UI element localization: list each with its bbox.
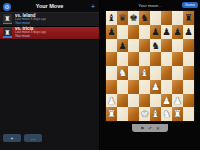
white-king-d1[interactable]: ♚ <box>140 109 149 119</box>
square-c1[interactable] <box>128 107 139 121</box>
black-king-c8[interactable]: ♚ <box>129 13 138 23</box>
square-d3[interactable] <box>139 80 150 94</box>
square-h2[interactable] <box>183 94 194 108</box>
white-pawn-a2[interactable]: ♟ <box>107 96 116 106</box>
square-c5[interactable] <box>128 52 139 66</box>
square-b1[interactable] <box>117 107 128 121</box>
square-e2[interactable] <box>150 94 161 108</box>
white-bishop-d4[interactable]: ♝ <box>140 68 149 78</box>
app-screen: ⚙ Your Move + ♜ vs. leland Last move 3 d… <box>0 0 200 150</box>
square-d1[interactable]: ♚ <box>139 107 150 121</box>
square-b3[interactable] <box>117 80 128 94</box>
black-knight-e6[interactable]: ♞ <box>151 41 160 51</box>
black-pawn-g7[interactable]: ♟ <box>173 27 182 37</box>
close-icon[interactable]: ✕ <box>156 126 160 131</box>
black-pawn-e7[interactable]: ♟ <box>151 27 160 37</box>
square-h4[interactable] <box>183 66 194 80</box>
white-rook-g1[interactable]: ♜ <box>173 109 182 119</box>
square-e5[interactable] <box>150 52 161 66</box>
square-a5[interactable] <box>106 52 117 66</box>
square-e4[interactable] <box>150 66 161 80</box>
create-game-button[interactable]: + <box>3 134 21 142</box>
square-h6[interactable] <box>183 39 194 53</box>
square-d5[interactable] <box>139 52 150 66</box>
avatar: ♜ <box>3 28 12 38</box>
square-f5[interactable] <box>161 52 172 66</box>
square-c8[interactable]: ♚ <box>128 11 139 25</box>
square-h7[interactable]: ♟ <box>183 25 194 39</box>
black-pawn-b6[interactable]: ♟ <box>118 41 127 51</box>
black-queen-b8[interactable]: ♛ <box>118 13 127 23</box>
white-pawn-e3[interactable]: ♟ <box>151 82 160 92</box>
your-move-link[interactable]: Your move <box>15 22 46 26</box>
sidebar-title: Your Move <box>0 3 99 9</box>
square-a2[interactable]: ♟ <box>106 94 117 108</box>
square-b8[interactable]: ♛ <box>117 11 128 25</box>
square-f1[interactable]: ♞ <box>161 107 172 121</box>
square-d2[interactable] <box>139 94 150 108</box>
square-a6[interactable] <box>106 39 117 53</box>
square-h3[interactable] <box>183 80 194 94</box>
square-g7[interactable]: ♟ <box>172 25 183 39</box>
flag-icon[interactable]: ⚑ <box>140 126 144 131</box>
white-knight-b4[interactable]: ♞ <box>118 68 127 78</box>
your-move-link[interactable]: Your move <box>15 35 46 39</box>
avatar-accent-bar <box>3 36 12 38</box>
square-a4[interactable] <box>106 66 117 80</box>
main-area: Your move... Game ♝♛♚♞♜♟♟♟♟♟♟♞♞♝♟♟♟♟♜♚♝♞… <box>100 0 200 150</box>
square-a3[interactable] <box>106 80 117 94</box>
square-c6[interactable] <box>128 39 139 53</box>
game-row-text: vs. tricia Last move 3 days ago Your mov… <box>15 26 46 39</box>
white-rook-a1[interactable]: ♜ <box>107 109 116 119</box>
square-g1[interactable]: ♜ <box>172 107 183 121</box>
square-d6[interactable] <box>139 39 150 53</box>
black-pawn-f7[interactable]: ♟ <box>162 27 171 37</box>
white-bishop-e1[interactable]: ♝ <box>151 109 160 119</box>
square-h8[interactable]: ♜ <box>183 11 194 25</box>
square-f6[interactable] <box>161 39 172 53</box>
square-g3[interactable] <box>172 80 183 94</box>
square-g8[interactable] <box>172 11 183 25</box>
square-a1[interactable]: ♜ <box>106 107 117 121</box>
square-e3[interactable]: ♟ <box>150 80 161 94</box>
avatar: ♜ <box>3 14 12 24</box>
square-f4[interactable] <box>161 66 172 80</box>
square-e8[interactable] <box>150 11 161 25</box>
square-b2[interactable] <box>117 94 128 108</box>
black-pawn-a7[interactable]: ♟ <box>107 27 116 37</box>
chess-board[interactable]: ♝♛♚♞♜♟♟♟♟♟♟♞♞♝♟♟♟♟♜♚♝♞♜ <box>105 10 195 122</box>
white-pawn-g2[interactable]: ♟ <box>173 96 182 106</box>
square-a8[interactable]: ♝ <box>106 11 117 25</box>
black-knight-d8[interactable]: ♞ <box>140 13 149 23</box>
game-row-text: vs. leland Last move 3 days ago Your mov… <box>15 13 46 26</box>
turn-status-text: Your move... <box>138 3 161 8</box>
white-knight-f1[interactable]: ♞ <box>162 109 171 119</box>
game-menu-button[interactable]: Game <box>182 2 198 8</box>
main-header: Your move... Game <box>100 0 200 10</box>
more-options-button[interactable]: … <box>24 134 42 142</box>
square-d8[interactable]: ♞ <box>139 11 150 25</box>
square-f2[interactable]: ♟ <box>161 94 172 108</box>
square-c7[interactable] <box>128 25 139 39</box>
sidebar: ⚙ Your Move + ♜ vs. leland Last move 3 d… <box>0 0 100 150</box>
sidebar-bottom-buttons: + … <box>3 134 42 142</box>
avatar-accent-bar <box>3 23 12 25</box>
square-e6[interactable]: ♞ <box>150 39 161 53</box>
square-f8[interactable] <box>161 11 172 25</box>
square-c3[interactable] <box>128 80 139 94</box>
board-toolbar: ⚑ ↶ ✕ <box>132 124 168 132</box>
square-f7[interactable]: ♟ <box>161 25 172 39</box>
square-b7[interactable] <box>117 25 128 39</box>
square-g6[interactable] <box>172 39 183 53</box>
game-list-item-leland[interactable]: ♜ vs. leland Last move 3 days ago Your m… <box>0 13 99 27</box>
square-b5[interactable] <box>117 52 128 66</box>
black-rook-h8[interactable]: ♜ <box>184 13 193 23</box>
settings-gear-icon[interactable]: ⚙ <box>3 3 11 11</box>
black-pawn-h7[interactable]: ♟ <box>184 27 193 37</box>
square-h1[interactable] <box>183 107 194 121</box>
square-f3[interactable] <box>161 80 172 94</box>
square-e7[interactable]: ♟ <box>150 25 161 39</box>
square-d7[interactable] <box>139 25 150 39</box>
square-h5[interactable] <box>183 52 194 66</box>
undo-icon[interactable]: ↶ <box>148 126 152 131</box>
square-d4[interactable]: ♝ <box>139 66 150 80</box>
square-c4[interactable] <box>128 66 139 80</box>
new-game-plus-icon[interactable]: + <box>91 3 95 10</box>
sidebar-header: ⚙ Your Move + <box>0 0 99 13</box>
square-b6[interactable]: ♟ <box>117 39 128 53</box>
square-g5[interactable] <box>172 52 183 66</box>
square-g4[interactable] <box>172 66 183 80</box>
square-a7[interactable]: ♟ <box>106 25 117 39</box>
square-e1[interactable]: ♝ <box>150 107 161 121</box>
white-pawn-f2[interactable]: ♟ <box>162 96 171 106</box>
square-c2[interactable] <box>128 94 139 108</box>
square-g2[interactable]: ♟ <box>172 94 183 108</box>
black-bishop-a8[interactable]: ♝ <box>107 13 116 23</box>
square-b4[interactable]: ♞ <box>117 66 128 80</box>
game-list-item-tricia[interactable]: ♜ vs. tricia Last move 3 days ago Your m… <box>0 27 99 41</box>
